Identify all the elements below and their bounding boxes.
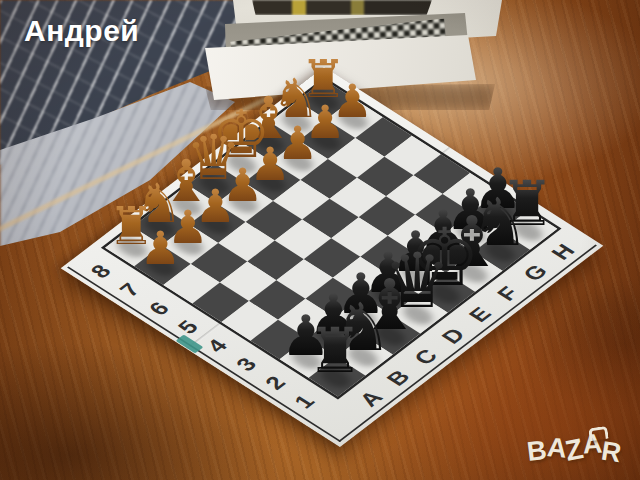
shopping-bag-handle-icon [588,426,609,442]
rank-label-text: 8 [85,260,117,282]
rank-label-text: 7 [114,279,146,301]
bazar-logo: BAZAR [527,434,637,474]
rank-label-text: 5 [172,316,204,338]
file-label-text: C [408,344,443,368]
box-lid-print [252,0,432,15]
logo-letter: R [599,436,623,470]
watermark-text: Андрей [24,14,139,48]
pawn-glyph: ♟ [140,225,181,271]
rank-label-text: 3 [230,353,262,375]
photo-scene: ♜♟♟♜♞♟♟♞♝♟♟♝♚♟♟♚♛♟♟♛♝♟♟♝♞♟♟♞♜♟♟♜ 8765432… [0,0,640,480]
file-label-text: D [436,324,471,348]
rank-label-text: 4 [201,335,233,357]
rank-label-text: 2 [259,372,291,394]
rank-label-text: 1 [289,390,321,412]
file-label-text: H [545,240,580,264]
file-label-text: A [353,386,388,410]
rank-label-text: 6 [143,297,175,319]
file-label-text: F [492,282,525,305]
rook-glyph: ♜ [307,320,363,382]
file-label-text: B [381,365,416,389]
file-label-text: E [464,303,498,327]
file-label-text: G [518,260,554,285]
